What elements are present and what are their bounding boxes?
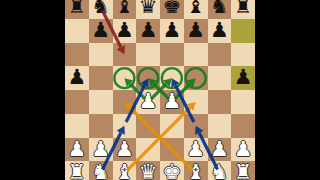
square-e7[interactable]: ♟ [160, 19, 184, 43]
square-g3[interactable] [208, 114, 232, 138]
square-g4[interactable] [208, 90, 232, 114]
square-f7[interactable]: ♟ [184, 19, 208, 43]
square-b7[interactable]: ♟ [89, 19, 113, 43]
square-d4[interactable]: ♟ [136, 90, 160, 114]
square-e6[interactable] [160, 43, 184, 67]
square-a8[interactable]: ♜ [65, 0, 89, 19]
black-pawn-b7: ♟ [91, 19, 110, 43]
letterbox-right [255, 0, 320, 180]
square-a5[interactable]: ♟ [65, 66, 89, 90]
square-b5[interactable] [89, 66, 113, 90]
white-knight-g1: ♞ [210, 161, 229, 180]
black-pawn-f7: ♟ [186, 19, 205, 43]
white-bishop-c1: ♝ [115, 161, 134, 180]
black-pawn-g7: ♟ [210, 19, 229, 43]
chess-board[interactable]: ♜♞♝♛♚♝♞♜♟♟♟♟♟♟♟♟♟♟♟♟♟♟♟♟♜♞♝♛♚♝♞♜ [65, 0, 255, 180]
square-g8[interactable]: ♞ [208, 0, 232, 19]
square-f8[interactable]: ♝ [184, 0, 208, 19]
square-f3[interactable] [184, 114, 208, 138]
white-pawn-d4: ♟ [139, 90, 158, 114]
white-pawn-e4: ♟ [162, 90, 181, 114]
white-queen-d1: ♛ [139, 161, 158, 180]
square-c1[interactable]: ♝ [113, 161, 137, 180]
square-a1[interactable]: ♜ [65, 161, 89, 180]
square-c5[interactable] [113, 66, 137, 90]
square-f6[interactable] [184, 43, 208, 67]
black-bishop-c8: ♝ [115, 0, 134, 19]
black-pawn-e7: ♟ [162, 19, 181, 43]
square-b3[interactable] [89, 114, 113, 138]
square-c7[interactable]: ♟ [113, 19, 137, 43]
square-d6[interactable] [136, 43, 160, 67]
square-g5[interactable] [208, 66, 232, 90]
square-a4[interactable] [65, 90, 89, 114]
square-e2[interactable] [160, 138, 184, 162]
square-h7[interactable] [231, 19, 255, 43]
black-rook-a8: ♜ [67, 0, 86, 19]
white-bishop-f1: ♝ [186, 161, 205, 180]
square-b6[interactable] [89, 43, 113, 67]
white-knight-b1: ♞ [91, 161, 110, 180]
black-queen-d8: ♛ [139, 0, 158, 19]
square-d8[interactable]: ♛ [136, 0, 160, 19]
white-rook-a1: ♜ [67, 161, 86, 180]
square-c3[interactable] [113, 114, 137, 138]
square-g7[interactable]: ♟ [208, 19, 232, 43]
square-b1[interactable]: ♞ [89, 161, 113, 180]
square-a2[interactable]: ♟ [65, 138, 89, 162]
black-pawn-a5: ♟ [67, 66, 86, 90]
square-a3[interactable] [65, 114, 89, 138]
square-c4[interactable] [113, 90, 137, 114]
square-b8[interactable]: ♞ [89, 0, 113, 19]
square-e4[interactable]: ♟ [160, 90, 184, 114]
square-d1[interactable]: ♛ [136, 161, 160, 180]
square-b4[interactable] [89, 90, 113, 114]
square-h1[interactable]: ♜ [231, 161, 255, 180]
white-king-e1: ♚ [162, 161, 181, 180]
white-pawn-c2: ♟ [115, 138, 134, 162]
square-g1[interactable]: ♞ [208, 161, 232, 180]
square-h3[interactable] [231, 114, 255, 138]
square-e3[interactable] [160, 114, 184, 138]
square-e8[interactable]: ♚ [160, 0, 184, 19]
square-a7[interactable] [65, 19, 89, 43]
square-f5[interactable] [184, 66, 208, 90]
square-h8[interactable]: ♜ [231, 0, 255, 19]
square-h2[interactable]: ♟ [231, 138, 255, 162]
black-knight-g8: ♞ [210, 0, 229, 19]
square-e1[interactable]: ♚ [160, 161, 184, 180]
square-b2[interactable]: ♟ [89, 138, 113, 162]
square-h5[interactable]: ♟ [231, 66, 255, 90]
white-rook-h1: ♜ [234, 161, 253, 180]
square-h4[interactable] [231, 90, 255, 114]
black-bishop-f8: ♝ [186, 0, 205, 19]
square-c8[interactable]: ♝ [113, 0, 137, 19]
black-king-e8: ♚ [162, 0, 181, 19]
square-d7[interactable]: ♟ [136, 19, 160, 43]
square-a6[interactable] [65, 43, 89, 67]
white-pawn-f2: ♟ [186, 138, 205, 162]
white-pawn-b2: ♟ [91, 138, 110, 162]
square-e5[interactable] [160, 66, 184, 90]
letterbox-left [0, 0, 65, 180]
square-g6[interactable] [208, 43, 232, 67]
black-rook-h8: ♜ [234, 0, 253, 19]
square-c2[interactable]: ♟ [113, 138, 137, 162]
black-pawn-h5: ♟ [234, 66, 253, 90]
square-f2[interactable]: ♟ [184, 138, 208, 162]
square-d3[interactable] [136, 114, 160, 138]
black-pawn-c7: ♟ [115, 19, 134, 43]
screenshot-stage: ♜♞♝♛♚♝♞♜♟♟♟♟♟♟♟♟♟♟♟♟♟♟♟♟♜♞♝♛♚♝♞♜ [0, 0, 320, 180]
black-pawn-d7: ♟ [139, 19, 158, 43]
square-h6[interactable] [231, 43, 255, 67]
white-pawn-g2: ♟ [210, 138, 229, 162]
square-f1[interactable]: ♝ [184, 161, 208, 180]
black-knight-b8: ♞ [91, 0, 110, 19]
square-d5[interactable] [136, 66, 160, 90]
white-pawn-a2: ♟ [67, 138, 86, 162]
square-d2[interactable] [136, 138, 160, 162]
square-f4[interactable] [184, 90, 208, 114]
square-c6[interactable] [113, 43, 137, 67]
white-pawn-h2: ♟ [234, 138, 253, 162]
square-g2[interactable]: ♟ [208, 138, 232, 162]
